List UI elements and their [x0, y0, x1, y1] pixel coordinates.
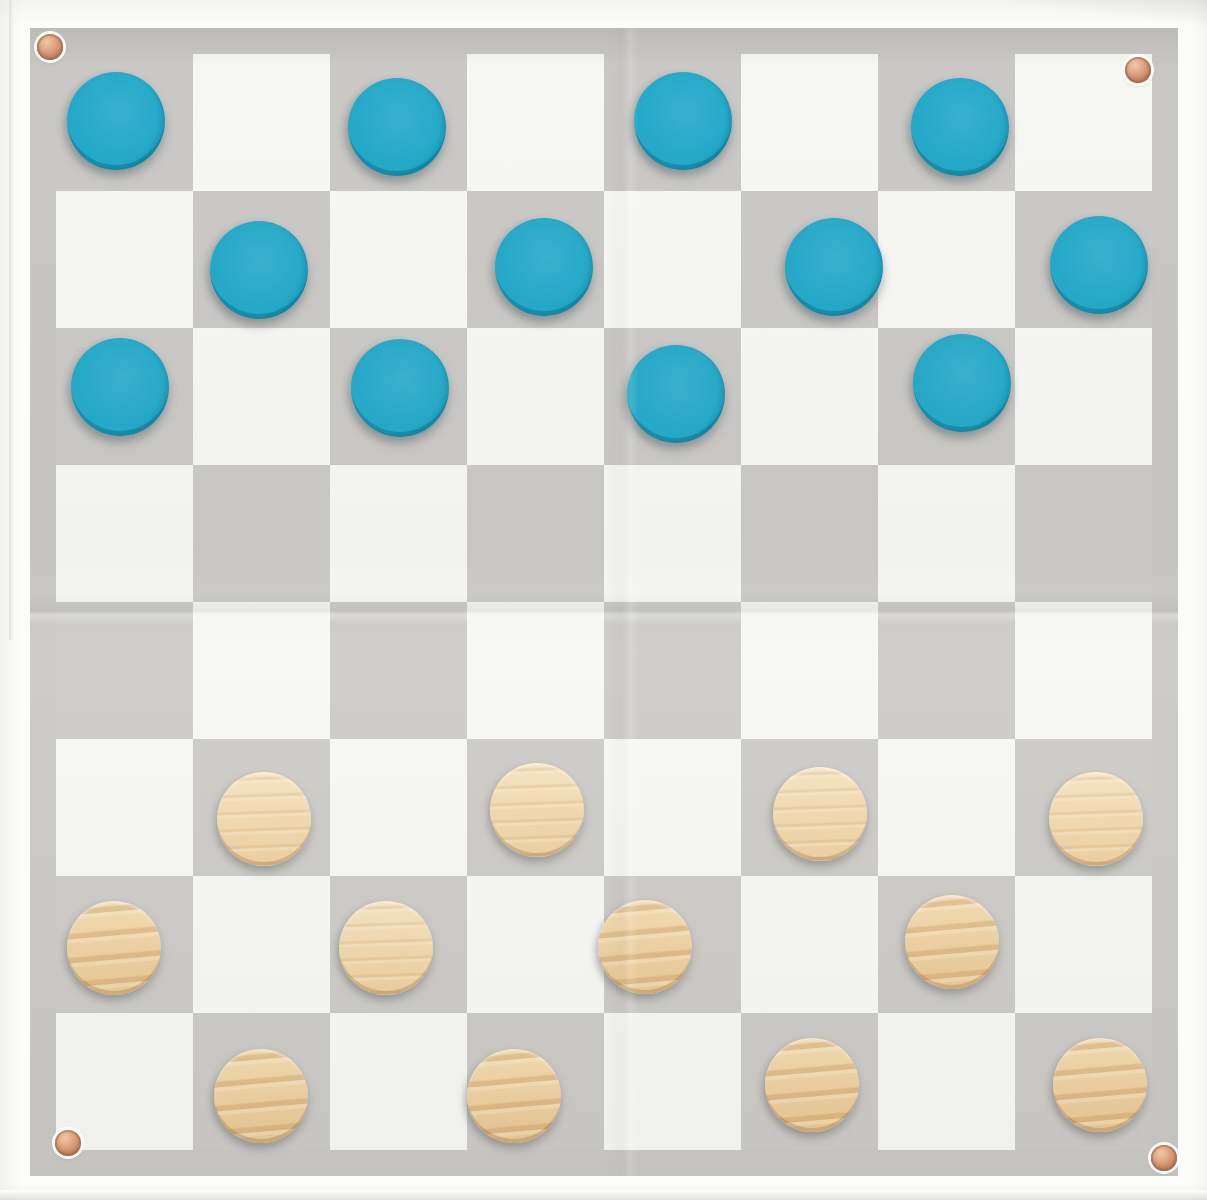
wood-checker-r6c2[interactable] — [217, 772, 311, 866]
fabric-game-mat — [0, 0, 1207, 1200]
wood-checker-r8c4[interactable] — [467, 1049, 561, 1143]
blue-checker-r3c5[interactable] — [627, 345, 725, 443]
wood-checker-r6c8[interactable] — [1049, 772, 1143, 866]
grommet-bottom-right-icon — [1151, 1145, 1177, 1171]
pieces-layer — [30, 28, 1178, 1176]
blue-checker-r1c7[interactable] — [911, 78, 1009, 176]
blue-checker-r2c2[interactable] — [210, 221, 308, 319]
blue-checker-r3c7[interactable] — [913, 334, 1011, 432]
blue-checker-r3c1[interactable] — [71, 338, 169, 436]
grommet-top-right-icon — [1125, 57, 1151, 83]
wood-checker-r7c1[interactable] — [67, 901, 161, 995]
wood-checker-r6c4[interactable] — [490, 763, 584, 857]
fabric-edge-shadow-left — [9, 0, 13, 640]
wood-checker-r8c2[interactable] — [214, 1049, 308, 1143]
wood-checker-r8c6[interactable] — [765, 1038, 859, 1132]
checkers-board — [30, 28, 1178, 1176]
grommet-bottom-left-icon — [55, 1130, 81, 1156]
blue-checker-r2c6[interactable] — [785, 218, 883, 316]
blue-checker-r3c3[interactable] — [351, 339, 449, 437]
blue-checker-r2c8[interactable] — [1050, 216, 1148, 314]
wood-checker-r7c3[interactable] — [339, 901, 433, 995]
fabric-edge-shadow-bottom — [0, 1190, 1207, 1200]
wood-checker-r6c6[interactable] — [773, 767, 867, 861]
blue-checker-r2c4[interactable] — [495, 218, 593, 316]
wood-checker-r8c8[interactable] — [1053, 1038, 1147, 1132]
grommet-top-left-icon — [37, 34, 63, 60]
blue-checker-r1c3[interactable] — [348, 78, 446, 176]
blue-checker-r1c5[interactable] — [634, 72, 732, 170]
wood-checker-r7c7[interactable] — [905, 895, 999, 989]
wood-checker-r7c5[interactable] — [598, 900, 692, 994]
blue-checker-r1c1[interactable] — [67, 72, 165, 170]
